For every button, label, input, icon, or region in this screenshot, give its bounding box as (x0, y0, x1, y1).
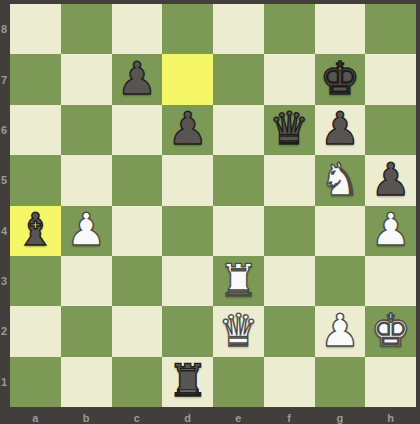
white-rook[interactable]: ♜ (218, 258, 258, 303)
square-g5[interactable]: ♞ (315, 155, 366, 205)
square-g6[interactable]: ♟ (315, 105, 366, 155)
black-pawn[interactable]: ♟ (370, 157, 410, 202)
white-pawn[interactable]: ♟ (66, 207, 106, 252)
square-f3[interactable] (264, 256, 315, 306)
file-label-d: d (162, 407, 213, 424)
rank-label-5: 5 (0, 155, 10, 205)
square-f4[interactable] (264, 206, 315, 256)
square-h5[interactable]: ♟ (365, 155, 416, 205)
square-g2[interactable]: ♟ (315, 306, 366, 356)
square-c4[interactable] (112, 206, 163, 256)
square-h3[interactable] (365, 256, 416, 306)
rank-label-6: 6 (0, 105, 10, 155)
file-label-a: a (10, 407, 61, 424)
square-d1[interactable]: ♜ (162, 357, 213, 407)
rank-label-1: 1 (0, 357, 10, 407)
white-knight[interactable]: ♞ (320, 157, 360, 202)
square-e5[interactable] (213, 155, 264, 205)
square-e4[interactable] (213, 206, 264, 256)
square-d7[interactable] (162, 54, 213, 104)
square-c3[interactable] (112, 256, 163, 306)
file-label-c: c (112, 407, 163, 424)
square-g1[interactable] (315, 357, 366, 407)
rank-label-7: 7 (0, 54, 10, 104)
square-e8[interactable] (213, 4, 264, 54)
square-d8[interactable] (162, 4, 213, 54)
square-g4[interactable] (315, 206, 366, 256)
square-a3[interactable] (10, 256, 61, 306)
square-a7[interactable] (10, 54, 61, 104)
square-h2[interactable]: ♚ (365, 306, 416, 356)
black-pawn[interactable]: ♟ (117, 56, 157, 101)
square-g3[interactable] (315, 256, 366, 306)
square-b6[interactable] (61, 105, 112, 155)
square-c7[interactable]: ♟ (112, 54, 163, 104)
square-f8[interactable] (264, 4, 315, 54)
square-b8[interactable] (61, 4, 112, 54)
chessboard-frame: ♟♚♟♛♟♞♟♝♟♟♜♛♟♚♜ 87654321 abcdefgh (0, 0, 420, 424)
square-e2[interactable]: ♛ (213, 306, 264, 356)
square-b7[interactable] (61, 54, 112, 104)
white-king[interactable]: ♚ (370, 308, 410, 353)
square-a8[interactable] (10, 4, 61, 54)
square-e7[interactable] (213, 54, 264, 104)
file-label-f: f (264, 407, 315, 424)
square-c2[interactable] (112, 306, 163, 356)
rank-label-2: 2 (0, 306, 10, 356)
square-g7[interactable]: ♚ (315, 54, 366, 104)
white-pawn[interactable]: ♟ (370, 207, 410, 252)
square-c8[interactable] (112, 4, 163, 54)
rank-label-4: 4 (0, 206, 10, 256)
square-f7[interactable] (264, 54, 315, 104)
square-c1[interactable] (112, 357, 163, 407)
square-a2[interactable] (10, 306, 61, 356)
square-d4[interactable] (162, 206, 213, 256)
square-f6[interactable]: ♛ (264, 105, 315, 155)
file-labels: abcdefgh (10, 407, 416, 424)
square-e6[interactable] (213, 105, 264, 155)
square-c5[interactable] (112, 155, 163, 205)
white-pawn[interactable]: ♟ (320, 308, 360, 353)
square-a4[interactable]: ♝ (10, 206, 61, 256)
square-e3[interactable]: ♜ (213, 256, 264, 306)
file-label-e: e (213, 407, 264, 424)
square-a6[interactable] (10, 105, 61, 155)
square-b2[interactable] (61, 306, 112, 356)
rank-labels: 87654321 (0, 4, 10, 407)
black-rook[interactable]: ♜ (167, 358, 207, 403)
black-pawn[interactable]: ♟ (167, 106, 207, 151)
square-a5[interactable] (10, 155, 61, 205)
square-f1[interactable] (264, 357, 315, 407)
black-queen[interactable]: ♛ (269, 106, 309, 151)
square-d6[interactable]: ♟ (162, 105, 213, 155)
square-d5[interactable] (162, 155, 213, 205)
chessboard: ♟♚♟♛♟♞♟♝♟♟♜♛♟♚♜ (10, 4, 416, 407)
square-b1[interactable] (61, 357, 112, 407)
square-d2[interactable] (162, 306, 213, 356)
black-king[interactable]: ♚ (320, 56, 360, 101)
square-f5[interactable] (264, 155, 315, 205)
square-a1[interactable] (10, 357, 61, 407)
square-g8[interactable] (315, 4, 366, 54)
square-b4[interactable]: ♟ (61, 206, 112, 256)
rank-label-3: 3 (0, 256, 10, 306)
black-bishop[interactable]: ♝ (15, 207, 55, 252)
rank-label-8: 8 (0, 4, 10, 54)
square-b5[interactable] (61, 155, 112, 205)
square-e1[interactable] (213, 357, 264, 407)
white-queen[interactable]: ♛ (218, 308, 258, 353)
square-h1[interactable] (365, 357, 416, 407)
square-f2[interactable] (264, 306, 315, 356)
square-h8[interactable] (365, 4, 416, 54)
file-label-g: g (315, 407, 366, 424)
file-label-h: h (365, 407, 416, 424)
black-pawn[interactable]: ♟ (320, 106, 360, 151)
square-c6[interactable] (112, 105, 163, 155)
square-h7[interactable] (365, 54, 416, 104)
square-d3[interactable] (162, 256, 213, 306)
square-h6[interactable] (365, 105, 416, 155)
square-b3[interactable] (61, 256, 112, 306)
file-label-b: b (61, 407, 112, 424)
square-h4[interactable]: ♟ (365, 206, 416, 256)
